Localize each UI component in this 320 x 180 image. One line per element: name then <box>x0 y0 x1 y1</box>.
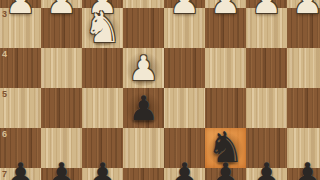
square-a7[interactable]: ♟ <box>287 168 320 180</box>
square-e2[interactable] <box>123 0 164 8</box>
square-e7[interactable] <box>123 168 164 180</box>
rank-label-3: 3 <box>2 9 7 19</box>
square-c2[interactable]: ♟ <box>205 0 246 8</box>
square-b7[interactable]: ♟ <box>246 168 287 180</box>
black-pawn-piece[interactable]: ♟ <box>292 158 320 180</box>
square-h2[interactable]: ♟ <box>0 0 41 8</box>
square-d7[interactable]: ♟ <box>164 168 205 180</box>
square-c4[interactable] <box>205 48 246 88</box>
square-c7[interactable]: ♟ <box>205 168 246 180</box>
black-pawn-piece[interactable]: ♟ <box>128 91 158 125</box>
square-e5[interactable]: ♟ <box>123 88 164 128</box>
square-g5[interactable] <box>41 88 82 128</box>
black-pawn-piece[interactable]: ♟ <box>87 158 117 180</box>
square-d2[interactable]: ♟ <box>164 0 205 8</box>
rank-label-4: 4 <box>2 49 7 59</box>
black-pawn-piece[interactable]: ♟ <box>169 158 199 180</box>
chessboard-viewport: ♜♝♚♛♝♞♜♟♟♟♟♟♟♟3♞4♟5♟6♞7♟♟♟♟♟♟♟♜♞♝♚♛♝♜ <box>0 0 320 180</box>
square-g7[interactable]: ♟ <box>41 168 82 180</box>
square-f4[interactable] <box>82 48 123 88</box>
black-pawn-piece[interactable]: ♟ <box>46 158 76 180</box>
white-pawn-piece[interactable]: ♟ <box>46 0 76 18</box>
square-a5[interactable] <box>287 88 320 128</box>
white-pawn-piece[interactable]: ♟ <box>292 0 320 18</box>
white-pawn-piece[interactable]: ♟ <box>210 0 240 18</box>
black-pawn-piece[interactable]: ♟ <box>210 158 240 180</box>
chess-board: ♜♝♚♛♝♞♜♟♟♟♟♟♟♟3♞4♟5♟6♞7♟♟♟♟♟♟♟♜♞♝♚♛♝♜ <box>0 0 320 180</box>
rank-label-5: 5 <box>2 89 7 99</box>
square-a2[interactable]: ♟ <box>287 0 320 8</box>
square-h5[interactable]: 5 <box>0 88 41 128</box>
square-f5[interactable] <box>82 88 123 128</box>
square-f7[interactable]: ♟ <box>82 168 123 180</box>
rank-label-6: 6 <box>2 129 7 139</box>
white-pawn-piece[interactable]: ♟ <box>5 0 35 18</box>
square-g2[interactable]: ♟ <box>41 0 82 8</box>
rank-label-7: 7 <box>2 169 7 179</box>
square-e4[interactable]: ♟ <box>123 48 164 88</box>
square-d4[interactable] <box>164 48 205 88</box>
square-h7[interactable]: 7♟ <box>0 168 41 180</box>
square-h4[interactable]: 4 <box>0 48 41 88</box>
square-b2[interactable]: ♟ <box>246 0 287 8</box>
square-e6[interactable] <box>123 128 164 168</box>
white-knight-piece[interactable]: ♞ <box>84 7 122 49</box>
square-g4[interactable] <box>41 48 82 88</box>
square-d5[interactable] <box>164 88 205 128</box>
black-pawn-piece[interactable]: ♟ <box>5 158 35 180</box>
square-f3[interactable]: ♞ <box>82 8 123 48</box>
black-pawn-piece[interactable]: ♟ <box>251 158 281 180</box>
square-e3[interactable] <box>123 8 164 48</box>
square-c5[interactable] <box>205 88 246 128</box>
white-pawn-piece[interactable]: ♟ <box>128 51 158 85</box>
white-pawn-piece[interactable]: ♟ <box>169 0 199 18</box>
square-b5[interactable] <box>246 88 287 128</box>
white-pawn-piece[interactable]: ♟ <box>251 0 281 18</box>
square-b4[interactable] <box>246 48 287 88</box>
square-a4[interactable] <box>287 48 320 88</box>
